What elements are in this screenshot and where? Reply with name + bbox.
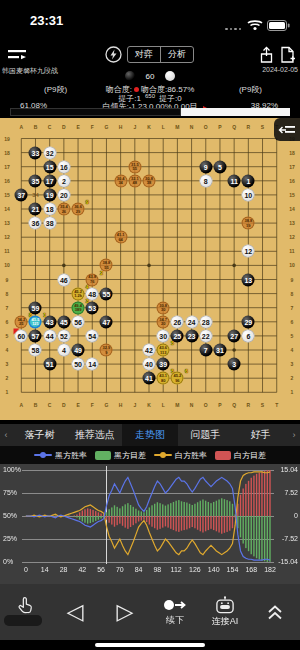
- stone-P17[interactable]: 5: [213, 160, 226, 173]
- rec-stone-H16[interactable]: 30.434: [114, 174, 127, 187]
- white-winrate-line-icon: [154, 454, 172, 456]
- coord-number-right: 7: [291, 305, 294, 311]
- coord-number-left: 12: [4, 234, 10, 240]
- y-axis-left-label: 75%: [3, 489, 17, 496]
- stone-D15[interactable]: 20: [57, 188, 70, 201]
- tabs-scroll-left[interactable]: ‹: [0, 424, 12, 446]
- home-indicator[interactable]: [95, 643, 205, 647]
- new-document-icon[interactable]: [279, 46, 296, 64]
- move-counter: 60: [146, 72, 155, 81]
- stone-C5[interactable]: 44: [43, 329, 56, 342]
- stone-F3[interactable]: 14: [86, 358, 99, 371]
- coord-letter-bottom: R: [247, 402, 251, 408]
- white-stone-icon: [165, 71, 175, 81]
- x-axis-tick-label: 182: [259, 566, 281, 573]
- legend-white-winrate: 白方胜率: [175, 450, 207, 461]
- stone-E4[interactable]: 49: [72, 344, 85, 357]
- stone-N6[interactable]: 24: [185, 315, 198, 328]
- forward-triangle-icon: ▷: [117, 601, 134, 623]
- coord-letter-top: R: [247, 124, 251, 130]
- y-axis-right-label: -15.04: [278, 558, 298, 565]
- stone-Q16[interactable]: 11: [228, 174, 241, 187]
- stone-R15[interactable]: 10: [242, 188, 255, 201]
- stone-O5[interactable]: 22: [199, 329, 212, 342]
- rec-rank-badge: 9: [86, 199, 89, 205]
- winrate-bar-white: [181, 108, 290, 116]
- stone-E6[interactable]: 56: [72, 315, 85, 328]
- coord-number-left: 1: [6, 389, 9, 395]
- coord-number-left: 5: [6, 333, 9, 339]
- stone-D4[interactable]: 4: [57, 344, 70, 357]
- connect-ai-button[interactable]: 连接AI: [210, 596, 240, 628]
- stone-B14[interactable]: 21: [29, 203, 42, 216]
- coord-letter-bottom: S: [261, 402, 264, 408]
- stone-R5[interactable]: 6: [242, 329, 255, 342]
- coord-letter-top: Q: [232, 124, 236, 130]
- coord-letter-bottom: T: [275, 402, 278, 408]
- stone-D16[interactable]: 2: [57, 174, 70, 187]
- stone-K2[interactable]: 41: [143, 372, 156, 385]
- captured-stone-marker-B15[interactable]: 34: [32, 192, 39, 198]
- stone-C15[interactable]: 19: [43, 188, 56, 201]
- stone-C14[interactable]: 18: [43, 203, 56, 216]
- tab-analyze[interactable]: 分析: [160, 47, 193, 62]
- stone-G8[interactable]: 55: [100, 287, 113, 300]
- stone-D17[interactable]: 16: [57, 160, 70, 173]
- stone-C3[interactable]: 51: [43, 358, 56, 371]
- winrate-trend-chart[interactable]: 100%75%50%25%0%15.047.520-7.52-15.040142…: [0, 464, 300, 584]
- coord-number-left: 13: [4, 220, 10, 226]
- clock: 23:31: [30, 13, 63, 28]
- coord-letter-top: P: [218, 124, 221, 130]
- coord-number-right: 5: [291, 333, 294, 339]
- stone-A5[interactable]: 60: [15, 329, 28, 342]
- expand-toolbar-button[interactable]: [260, 603, 290, 621]
- coord-number-right: 17: [289, 164, 295, 170]
- legend-black-winrate: 黑方胜率: [55, 450, 87, 461]
- rec-stone-H12[interactable]: 41.164: [114, 231, 127, 244]
- coord-number-right: 11: [289, 248, 294, 254]
- stone-M6[interactable]: 26: [171, 315, 184, 328]
- rec-stone-J16[interactable]: 32.148: [128, 174, 141, 187]
- go-analysis-app: 23:31 对弈 分析: [0, 0, 300, 650]
- rec-stone-E7[interactable]: 49.43893: [72, 301, 85, 314]
- coord-number-right: 13: [289, 220, 295, 226]
- rec-stone-R13[interactable]: 38.819: [242, 217, 255, 230]
- y-axis-right-label: -7.52: [282, 535, 298, 542]
- coord-number-left: 19: [4, 136, 10, 142]
- stone-D9[interactable]: 46: [57, 273, 70, 286]
- coord-number-right: 1: [291, 389, 294, 395]
- rec-rank-badge: 1: [43, 311, 46, 317]
- chart-legend: 黑方胜率 黑方目差 白方胜率 白方目差: [0, 446, 300, 464]
- coord-letter-top: C: [48, 124, 52, 130]
- coord-letter-top: A: [19, 124, 23, 130]
- coord-number-right: 6: [291, 319, 294, 325]
- rec-rank-badge: 4: [86, 283, 89, 289]
- stone-B13[interactable]: 36: [29, 217, 42, 230]
- coord-number-right: 14: [289, 206, 295, 212]
- legend-black-diff: 黑方目差: [114, 450, 146, 461]
- counter-small: 650: [145, 93, 155, 99]
- y-axis-right-label: 15.04: [280, 466, 298, 473]
- rec-rank-badge: 2: [100, 269, 103, 275]
- coord-number-left: 6: [6, 319, 9, 325]
- rec-stone-L6[interactable]: 34.720: [157, 315, 170, 328]
- hand-pointer-icon: [15, 595, 35, 615]
- stone-R9[interactable]: 13: [242, 273, 255, 286]
- coord-number-right: 12: [289, 234, 295, 240]
- coord-number-left: 14: [4, 206, 10, 212]
- continue-button[interactable]: 续下: [160, 597, 190, 627]
- coord-letter-top: J: [133, 124, 136, 130]
- coord-letter-top: B: [34, 124, 38, 130]
- coord-letter-top: M: [175, 124, 179, 130]
- coord-letter-top: K: [147, 124, 151, 130]
- game-info-panel: 韩国麦馨杯九段战 2024-02-05 60 (P9段) 吻合度:吻合度:86.…: [0, 66, 300, 118]
- back-triangle-icon: ◁: [67, 601, 84, 623]
- coord-number-right: 10: [289, 262, 295, 268]
- stone-R6[interactable]: 29: [242, 315, 255, 328]
- analysis-tab-bar: ‹ 落子树 推荐选点 走势图 问题手 好手 ›: [0, 424, 300, 446]
- coord-letter-bottom: Q: [232, 402, 236, 408]
- collapse-panel-button[interactable]: [274, 118, 300, 141]
- coord-letter-bottom: C: [48, 402, 52, 408]
- stone-A15[interactable]: 37: [15, 188, 28, 201]
- rec-rank-badge: 3: [86, 297, 89, 303]
- coord-letter-top: D: [62, 124, 66, 130]
- coord-number-right: 8: [291, 291, 294, 297]
- stone-K3[interactable]: 40: [143, 358, 156, 371]
- stone-K4[interactable]: 42: [143, 344, 156, 357]
- stone-arrow-icon: [162, 597, 188, 613]
- coord-letter-bottom: A: [19, 402, 23, 408]
- coord-number-left: 15: [4, 192, 10, 198]
- go-board[interactable]: AABBCCDDEEFFGGHHJJKKLLMMNNOOPPQQRRSSTT19…: [0, 118, 300, 420]
- double-chevron-up-icon: [267, 603, 283, 621]
- coord-letter-top: O: [204, 124, 208, 130]
- y-axis-left-label: 0%: [3, 558, 13, 565]
- rec-stone-G4[interactable]: 32.99: [100, 344, 113, 357]
- rec-stone-E8[interactable]: 45.21.2k4: [72, 287, 85, 300]
- share-icon[interactable]: [258, 46, 275, 64]
- stone-B16[interactable]: 35: [29, 174, 42, 187]
- forward-button[interactable]: ▷: [110, 601, 140, 623]
- coord-number-right: 16: [289, 178, 295, 184]
- coord-number-left: 16: [4, 178, 10, 184]
- coord-letter-top: H: [119, 124, 123, 130]
- stone-L3[interactable]: 39: [157, 358, 170, 371]
- coord-letter-bottom: H: [119, 402, 123, 408]
- tab-trend-chart[interactable]: 走势图: [122, 424, 177, 446]
- coord-number-left: 7: [6, 305, 9, 311]
- stone-C13[interactable]: 38: [43, 217, 56, 230]
- coord-letter-top: E: [76, 124, 79, 130]
- coord-number-right: 9: [291, 277, 294, 283]
- coord-number-left: 3: [6, 361, 9, 367]
- coord-number-right: 18: [289, 150, 295, 156]
- coord-letter-bottom: D: [62, 402, 66, 408]
- stone-P4[interactable]: 31: [213, 344, 226, 357]
- coord-number-left: 18: [4, 150, 10, 156]
- coord-letter-bottom: M: [175, 402, 179, 408]
- coord-letter-top: N: [190, 124, 194, 130]
- stone-E3[interactable]: 50: [72, 358, 85, 371]
- y-axis-left-label: 100%: [3, 466, 21, 473]
- stone-C17[interactable]: 15: [43, 160, 56, 173]
- record-dot-icon: [134, 87, 139, 92]
- nav-bar: 对弈 分析: [0, 44, 300, 66]
- coord-letter-bottom: N: [190, 402, 194, 408]
- stone-D5[interactable]: 52: [57, 329, 70, 342]
- tab-good-moves[interactable]: 好手: [233, 424, 288, 446]
- stone-B18[interactable]: 33: [29, 146, 42, 159]
- coord-letter-bottom: O: [204, 402, 208, 408]
- y-axis-left-label: 25%: [3, 535, 17, 542]
- rec-stone-B6[interactable]: 41.51211: [29, 315, 42, 328]
- rec-stone-M2[interactable]: 45.2966: [171, 372, 184, 385]
- stone-O4[interactable]: 7: [199, 344, 212, 357]
- coord-number-right: 4: [291, 347, 294, 353]
- stone-N5[interactable]: 23: [185, 329, 198, 342]
- coord-letter-top: G: [104, 124, 108, 130]
- coord-number-right: 3: [291, 361, 294, 367]
- rec-stone-L2[interactable]: 43.1805: [157, 372, 170, 385]
- stone-B4[interactable]: 58: [29, 344, 42, 357]
- black-winrate-line-icon: [34, 454, 52, 456]
- stone-R16[interactable]: 1: [242, 174, 255, 187]
- coord-letter-top: S: [261, 124, 264, 130]
- rec-stone-L4[interactable]: 43.61135: [157, 344, 170, 357]
- white-diff-swatch-icon: [215, 451, 231, 460]
- rec-stone-J17[interactable]: 31.555: [128, 160, 141, 173]
- tabs-scroll-right[interactable]: ›: [288, 424, 300, 446]
- coord-letter-bottom: P: [218, 402, 221, 408]
- stone-G6[interactable]: 47: [100, 315, 113, 328]
- legend-white-diff: 白方目差: [234, 450, 266, 461]
- coord-letter-bottom: L: [162, 402, 165, 408]
- coord-number-left: 4: [6, 347, 9, 353]
- tab-move-tree[interactable]: 落子树: [12, 424, 67, 446]
- coord-number-left: 10: [4, 262, 10, 268]
- black-stone-icon: [125, 71, 135, 81]
- coord-letter-bottom: E: [76, 402, 79, 408]
- rec-stone-L7[interactable]: 30.830: [157, 301, 170, 314]
- collapse-arrow-icon: [278, 123, 296, 137]
- cellular-signal-icon: [225, 16, 243, 34]
- move-list-icon[interactable]: [6, 47, 28, 63]
- last-move-marker: [14, 328, 20, 334]
- stone-O16[interactable]: 8: [199, 174, 212, 187]
- battery-icon: [267, 20, 290, 31]
- stone-C18[interactable]: 32: [43, 146, 56, 159]
- y-axis-right-label: 0: [294, 512, 298, 519]
- coord-number-right: 15: [289, 192, 295, 198]
- wifi-icon: [247, 19, 263, 31]
- rec-stone-E14[interactable]: 36.6299: [72, 203, 85, 216]
- bottom-toolbar: 试下 ◁ ▷ 续下 连接AI: [0, 584, 300, 640]
- coord-letter-bottom: B: [34, 402, 38, 408]
- coord-letter-top: F: [91, 124, 94, 130]
- black-diff-swatch-icon: [95, 451, 111, 460]
- stone-R11[interactable]: 12: [242, 245, 255, 258]
- coord-letter-bottom: F: [91, 402, 94, 408]
- stone-F5[interactable]: 54: [86, 329, 99, 342]
- back-button[interactable]: ◁: [60, 601, 90, 623]
- mode-segmented-control: 对弈 分析: [127, 46, 194, 63]
- stone-D6[interactable]: 45: [57, 315, 70, 328]
- coord-number-left: 17: [4, 164, 10, 170]
- rec-stone-A6[interactable]: 34.2258: [15, 315, 28, 328]
- stone-B5[interactable]: 57: [29, 329, 42, 342]
- y-axis-right-label: 7.52: [284, 489, 298, 496]
- y-axis-left-label: 50%: [3, 512, 17, 519]
- rec-stone-D14[interactable]: 35.426: [57, 203, 70, 216]
- coord-number-right: 2: [291, 375, 294, 381]
- coord-letter-bottom: G: [104, 402, 108, 408]
- stone-C16[interactable]: 17: [43, 174, 56, 187]
- tab-problem-moves[interactable]: 问题手: [178, 424, 233, 446]
- rec-stone-K16[interactable]: 30.838: [143, 174, 156, 187]
- stone-L5[interactable]: 30: [157, 329, 170, 342]
- coord-letter-top: L: [162, 124, 165, 130]
- stone-O6[interactable]: 28: [199, 315, 212, 328]
- stone-Q5[interactable]: 27: [228, 329, 241, 342]
- robot-icon: [214, 596, 236, 614]
- coord-letter-bottom: J: [133, 402, 136, 408]
- stone-Q3[interactable]: 3: [228, 358, 241, 371]
- winrate-bar-black: [10, 108, 181, 116]
- stone-O17[interactable]: 9: [199, 160, 212, 173]
- rec-rank-badge: 6: [185, 368, 188, 374]
- coord-number-left: 9: [6, 277, 9, 283]
- coord-number-left: 8: [6, 291, 9, 297]
- coord-number-left: 11: [4, 248, 9, 254]
- coord-number-left: 2: [6, 375, 9, 381]
- winrate-bar: [10, 108, 290, 116]
- rec-rank-badge: 5: [171, 340, 174, 346]
- toast-pill: [4, 615, 42, 626]
- status-bar: 23:31: [0, 0, 300, 44]
- tab-play[interactable]: 对弈: [128, 47, 160, 62]
- tab-recommended-points[interactable]: 推荐选点: [67, 424, 122, 446]
- lightning-icon[interactable]: [105, 46, 122, 63]
- coord-letter-bottom: K: [147, 402, 151, 408]
